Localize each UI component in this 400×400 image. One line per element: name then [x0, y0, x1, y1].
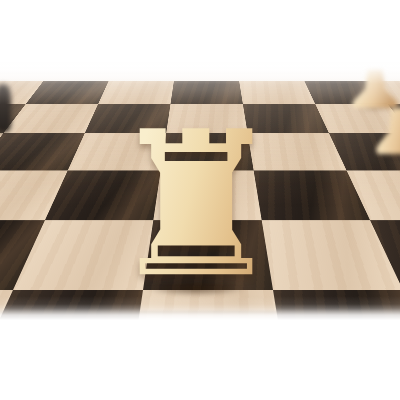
blurred-piece-2-base	[376, 108, 400, 154]
blurred-piece-1-base	[352, 69, 398, 108]
blurred-piece-1	[352, 69, 398, 108]
white-rook[interactable]: ♜	[96, 105, 296, 339]
blurred-dark-piece	[0, 84, 11, 132]
blurred-piece-2	[376, 108, 400, 154]
photo-stage: ♜	[0, 0, 400, 400]
